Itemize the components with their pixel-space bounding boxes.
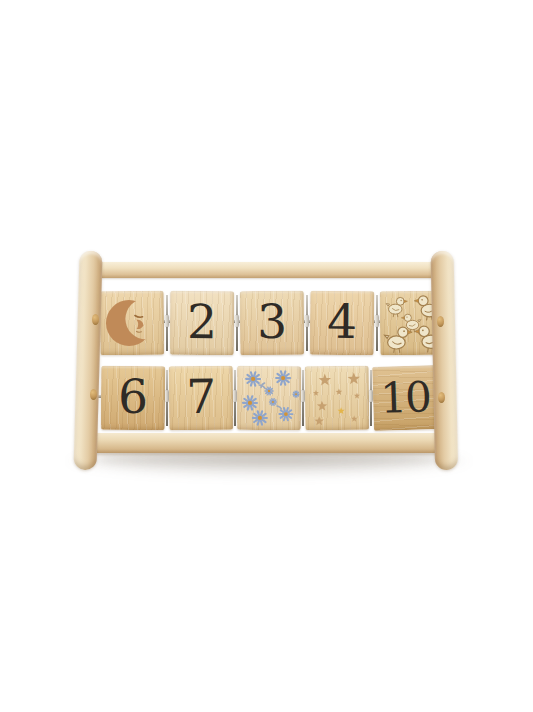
tile-number-6[interactable]: 6 [101,366,166,431]
number-label-2: 2 [170,291,234,355]
stars-icon [305,366,370,431]
tile-number-4[interactable]: 4 [310,291,375,356]
counting-rack: 234 [0,0,533,712]
tile-number-2[interactable]: 2 [170,291,234,355]
tile-number-10[interactable]: 10 [372,365,438,431]
tile-number-7[interactable]: 7 [169,366,233,430]
brass-pin-bottom-left [90,389,97,400]
brass-pin-top-left [92,314,99,325]
right-post [431,251,459,470]
number-label-7: 7 [169,366,233,430]
moon-icon [100,291,165,356]
number-label-3: 3 [240,291,304,355]
tile-stars-9[interactable] [305,366,370,431]
tile-number-3[interactable]: 3 [240,291,304,355]
tile-flowers-8[interactable] [237,366,301,430]
brass-pin-bottom-right [438,392,445,403]
bottom-rail [82,433,454,453]
number-label-6: 6 [101,366,166,431]
tiles-row-bottom: 67 10 [101,366,437,430]
flowers-icon [237,366,301,430]
tile-moon-1[interactable] [100,291,165,356]
product-photo-wooden-number-rack: 234 [0,0,533,712]
number-label-4: 4 [310,291,375,356]
tiles-row-top: 234 [100,291,444,355]
number-label-10: 10 [372,365,438,431]
brass-pin-top-right [437,316,444,327]
top-crossbar [94,262,440,278]
